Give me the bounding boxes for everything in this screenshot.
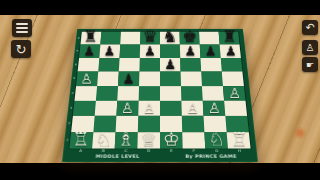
white-pawn-g3[interactable]: ♙: [204, 102, 226, 116]
square-e8[interactable]: ♞: [160, 32, 180, 45]
square-h7[interactable]: ♟: [220, 45, 241, 58]
letterbox-bottom: [0, 163, 320, 180]
square-b4[interactable]: [96, 86, 118, 101]
white-rook-h1[interactable]: ♖: [228, 130, 251, 149]
restart-icon: ↻: [16, 42, 27, 57]
black-pawn-d7[interactable]: ♟: [140, 45, 160, 58]
square-g4[interactable]: [202, 86, 224, 101]
square-c3[interactable]: ♙: [116, 101, 138, 116]
white-pawn-c3[interactable]: ♙: [116, 102, 138, 116]
square-a7[interactable]: ♟: [79, 45, 100, 58]
white-pawn-h4[interactable]: ♙: [224, 87, 245, 101]
square-a5[interactable]: ♙: [76, 72, 98, 86]
black-pawn-g7[interactable]: ♟: [200, 45, 220, 58]
white-knight-g1[interactable]: ♘: [205, 130, 228, 149]
square-d4[interactable]: [139, 86, 160, 101]
square-d6[interactable]: [139, 58, 160, 72]
square-b5[interactable]: [97, 72, 119, 86]
pawn-icon: ♙: [306, 42, 315, 53]
square-d1[interactable]: ♕: [137, 132, 160, 149]
black-pawn-c5[interactable]: ♟: [118, 72, 139, 86]
white-knight-b1[interactable]: ♘: [92, 130, 115, 149]
square-a6[interactable]: [78, 58, 100, 72]
white-pawn-f3[interactable]: ♙: [182, 102, 204, 116]
menu-icon: [16, 23, 28, 25]
square-g1[interactable]: ♘: [204, 132, 228, 149]
square-e5[interactable]: [160, 72, 181, 86]
square-e3[interactable]: [160, 101, 182, 116]
square-b1[interactable]: ♘: [92, 132, 116, 149]
white-rook-a1[interactable]: ♖: [70, 130, 93, 149]
square-f4[interactable]: [181, 86, 203, 101]
square-c6[interactable]: [119, 58, 140, 72]
white-pawn-a5[interactable]: ♙: [76, 72, 97, 86]
square-e1[interactable]: ♔: [160, 132, 183, 149]
square-c5[interactable]: ♟: [118, 72, 139, 86]
white-pawn-d3[interactable]: ♙: [138, 102, 160, 116]
square-g6[interactable]: [200, 58, 221, 72]
board-frame-footer: MIDDLE LEVEL By PRINCE GAME: [62, 154, 258, 162]
black-pawn-e6[interactable]: ♟: [160, 58, 181, 71]
square-h6[interactable]: [221, 58, 243, 72]
hint-button[interactable]: ☛: [302, 57, 318, 72]
black-knight-e8[interactable]: ♞: [160, 28, 180, 44]
white-queen-d1[interactable]: ♕: [137, 130, 160, 149]
square-f7[interactable]: ♟: [180, 45, 201, 58]
undo-icon: ↶: [305, 21, 314, 34]
square-d3[interactable]: ♙: [138, 101, 160, 116]
square-b3[interactable]: [95, 101, 118, 116]
black-pawn-b7[interactable]: ♟: [99, 45, 119, 58]
app-screen: ↻ ↶ ♙ ☛ 87654321 ♜♛♞♚♜♟♟♟♟♟♟♟♙♟♙♙♙♙♙♖♘♗♕…: [0, 0, 320, 180]
square-d5[interactable]: [139, 72, 160, 86]
pieces-button[interactable]: ♙: [302, 40, 318, 55]
square-f1[interactable]: [182, 132, 205, 149]
square-h4[interactable]: ♙: [223, 86, 246, 101]
square-f3[interactable]: ♙: [181, 101, 203, 116]
square-b7[interactable]: ♟: [99, 45, 120, 58]
level-label: MIDDLE LEVEL: [96, 154, 140, 159]
white-king-e1[interactable]: ♔: [160, 130, 183, 149]
credit-label: By PRINCE GAME: [185, 154, 237, 159]
square-a1[interactable]: ♖: [69, 132, 93, 149]
square-g3[interactable]: ♙: [203, 101, 226, 116]
square-h5[interactable]: [222, 72, 244, 86]
square-b6[interactable]: [98, 58, 119, 72]
hint-hand-icon: ☛: [306, 60, 314, 70]
square-c4[interactable]: [117, 86, 139, 101]
letterbox-top: [0, 0, 320, 15]
square-c7[interactable]: [120, 45, 141, 58]
square-c1[interactable]: ♗: [115, 132, 138, 149]
square-f5[interactable]: [181, 72, 202, 86]
square-f6[interactable]: [180, 58, 201, 72]
square-h1[interactable]: ♖: [227, 132, 251, 149]
square-a4[interactable]: [75, 86, 98, 101]
square-e6[interactable]: ♟: [160, 58, 181, 72]
square-g5[interactable]: [201, 72, 223, 86]
square-a3[interactable]: [73, 101, 96, 116]
square-d7[interactable]: ♟: [140, 45, 160, 58]
black-pawn-f7[interactable]: ♟: [180, 45, 200, 58]
square-c8[interactable]: [120, 32, 140, 45]
black-pawn-a7[interactable]: ♟: [79, 45, 99, 58]
undo-button[interactable]: ↶: [302, 20, 318, 35]
white-bishop-c1[interactable]: ♗: [115, 130, 138, 149]
square-g7[interactable]: ♟: [200, 45, 221, 58]
square-f2[interactable]: [182, 116, 205, 132]
restart-button[interactable]: ↻: [11, 40, 31, 58]
menu-button[interactable]: [12, 19, 32, 37]
board-scene: 87654321 ♜♛♞♚♜♟♟♟♟♟♟♟♙♟♙♙♙♙♙♖♘♗♕♔♘♖ ABCD…: [62, 16, 258, 163]
board-grid[interactable]: ♜♛♞♚♜♟♟♟♟♟♟♟♙♟♙♙♙♙♙♖♘♗♕♔♘♖: [69, 32, 250, 149]
black-pawn-h7[interactable]: ♟: [221, 45, 241, 58]
chess-board: 87654321 ♜♛♞♚♜♟♟♟♟♟♟♟♙♟♙♙♙♙♙♖♘♗♕♔♘♖ ABCD…: [62, 29, 258, 162]
square-h3[interactable]: [224, 101, 247, 116]
square-e4[interactable]: [160, 86, 181, 101]
